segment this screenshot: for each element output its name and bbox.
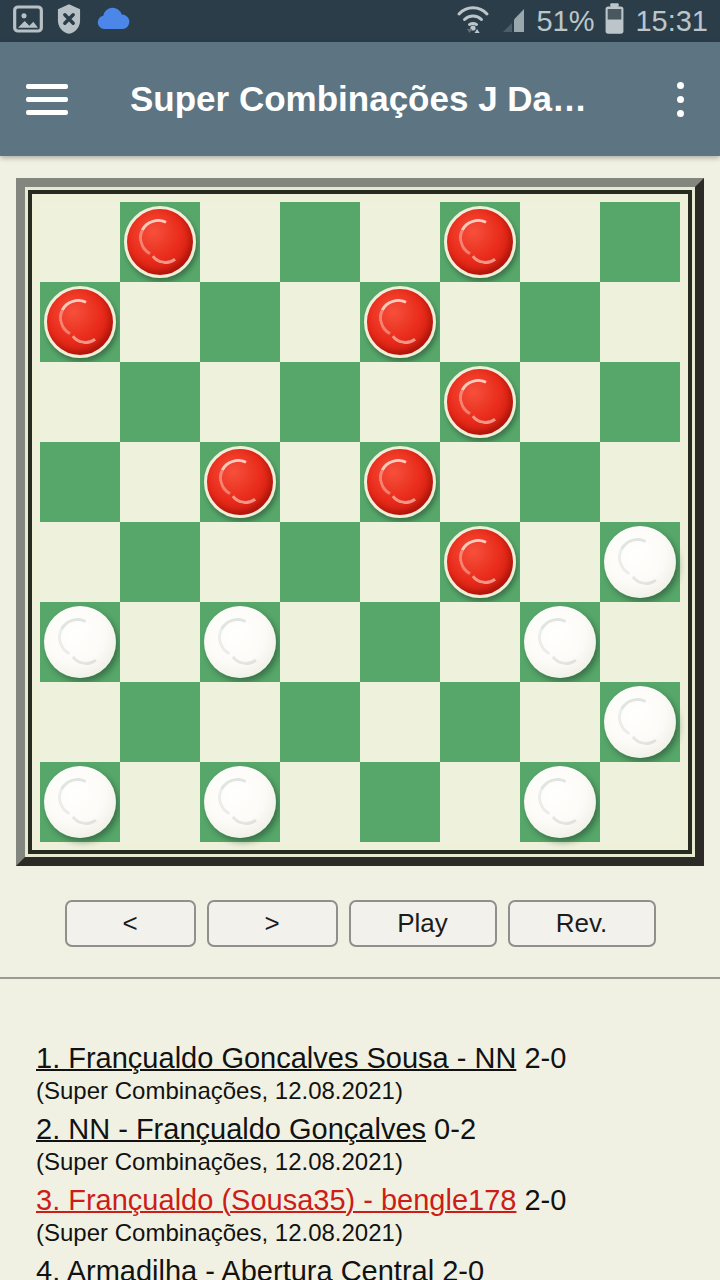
red-man-f4[interactable] (444, 526, 516, 598)
square-a3[interactable] (40, 602, 120, 682)
square-a6[interactable] (40, 362, 120, 442)
game-link[interactable]: 4. Armadilha - Abertura Central (36, 1255, 434, 1280)
overflow-menu-icon[interactable] (667, 76, 694, 123)
status-bar: 51% 15:31 (0, 0, 720, 42)
status-right-icons: 51% 15:31 (455, 3, 708, 39)
cloud-icon (94, 5, 132, 37)
square-d4[interactable] (280, 522, 360, 602)
game-item: 1. Françualdo Goncalves Sousa - NN 2-0(S… (36, 1041, 692, 1106)
game-result: 0-2 (426, 1113, 476, 1145)
battery-icon (604, 3, 625, 39)
board-frame (16, 178, 704, 866)
white-man-a1[interactable] (44, 766, 116, 838)
square-h7[interactable] (600, 282, 680, 362)
square-b8[interactable] (120, 202, 200, 282)
red-man-b8[interactable] (124, 206, 196, 278)
square-c4[interactable] (200, 522, 280, 602)
square-h2[interactable] (600, 682, 680, 762)
white-man-h4[interactable] (604, 526, 676, 598)
battery-percent: 51% (536, 5, 594, 38)
square-c8[interactable] (200, 202, 280, 282)
divider (0, 977, 720, 979)
square-g2[interactable] (520, 682, 600, 762)
square-d6[interactable] (280, 362, 360, 442)
white-man-c3[interactable] (204, 606, 276, 678)
red-man-a7[interactable] (44, 286, 116, 358)
playback-controls: < > Play Rev. (0, 900, 720, 947)
play-button[interactable]: Play (349, 900, 497, 947)
wifi-icon (455, 3, 491, 39)
game-link[interactable]: 2. NN - Françualdo Gonçalves (36, 1113, 426, 1145)
square-g3[interactable] (520, 602, 600, 682)
square-c2[interactable] (200, 682, 280, 762)
square-g8[interactable] (520, 202, 600, 282)
square-d2[interactable] (280, 682, 360, 762)
board-grid (40, 202, 680, 842)
square-e2[interactable] (360, 682, 440, 762)
gallery-icon (12, 3, 44, 39)
square-d5[interactable] (280, 442, 360, 522)
game-item: 4. Armadilha - Abertura Central 2-0 (36, 1254, 692, 1280)
white-man-h2[interactable] (604, 686, 676, 758)
square-h4[interactable] (600, 522, 680, 602)
game-link[interactable]: 3. Françualdo (Sousa35) - bengle178 (36, 1184, 516, 1216)
red-man-c5[interactable] (204, 446, 276, 518)
signal-icon (501, 5, 526, 37)
square-c1[interactable] (200, 762, 280, 842)
square-h1[interactable] (600, 762, 680, 842)
page-title: Super Combinações J Da… (130, 79, 667, 119)
square-d8[interactable] (280, 202, 360, 282)
square-b4[interactable] (120, 522, 200, 602)
square-h8[interactable] (600, 202, 680, 282)
red-man-f8[interactable] (444, 206, 516, 278)
square-f6[interactable] (440, 362, 520, 442)
square-f7[interactable] (440, 282, 520, 362)
square-f8[interactable] (440, 202, 520, 282)
app-root: 51% 15:31 Super Combinações J Da… (0, 0, 720, 1280)
square-f3[interactable] (440, 602, 520, 682)
square-a1[interactable] (40, 762, 120, 842)
game-meta: (Super Combinações, 12.08.2021) (36, 1218, 692, 1248)
square-g4[interactable] (520, 522, 600, 602)
hamburger-menu-icon[interactable] (26, 84, 68, 115)
game-title-line: 1. Françualdo Goncalves Sousa - NN 2-0 (36, 1041, 692, 1075)
square-g5[interactable] (520, 442, 600, 522)
square-b5[interactable] (120, 442, 200, 522)
game-result: 2-0 (434, 1255, 484, 1280)
square-c7[interactable] (200, 282, 280, 362)
game-title-line: 4. Armadilha - Abertura Central 2-0 (36, 1254, 692, 1280)
square-b3[interactable] (120, 602, 200, 682)
app-bar: Super Combinações J Da… (0, 42, 720, 156)
prev-move-button[interactable]: < (65, 900, 196, 947)
board-area (16, 178, 704, 866)
red-man-e5[interactable] (364, 446, 436, 518)
game-title-line: 2. NN - Françualdo Gonçalves 0-2 (36, 1112, 692, 1146)
square-a5[interactable] (40, 442, 120, 522)
square-b2[interactable] (120, 682, 200, 762)
red-man-f6[interactable] (444, 366, 516, 438)
game-meta: (Super Combinações, 12.08.2021) (36, 1076, 692, 1106)
clock: 15:31 (635, 5, 708, 38)
game-title-line: 3. Françualdo (Sousa35) - bengle178 2-0 (36, 1183, 692, 1217)
game-item: 3. Françualdo (Sousa35) - bengle178 2-0(… (36, 1183, 692, 1248)
square-f1[interactable] (440, 762, 520, 842)
square-f2[interactable] (440, 682, 520, 762)
square-h3[interactable] (600, 602, 680, 682)
square-e1[interactable] (360, 762, 440, 842)
games-list: 1. Françualdo Goncalves Sousa - NN 2-0(S… (0, 1041, 720, 1280)
square-d3[interactable] (280, 602, 360, 682)
game-item: 2. NN - Françualdo Gonçalves 0-2(Super C… (36, 1112, 692, 1177)
square-d7[interactable] (280, 282, 360, 362)
square-a7[interactable] (40, 282, 120, 362)
next-move-button[interactable]: > (207, 900, 338, 947)
square-e3[interactable] (360, 602, 440, 682)
square-a2[interactable] (40, 682, 120, 762)
reverse-button[interactable]: Rev. (508, 900, 656, 947)
square-b1[interactable] (120, 762, 200, 842)
square-e5[interactable] (360, 442, 440, 522)
square-e8[interactable] (360, 202, 440, 282)
square-c5[interactable] (200, 442, 280, 522)
status-left-icons (12, 3, 132, 39)
square-f4[interactable] (440, 522, 520, 602)
square-e4[interactable] (360, 522, 440, 602)
game-meta: (Super Combinações, 12.08.2021) (36, 1147, 692, 1177)
shield-x-icon (54, 3, 84, 39)
square-e7[interactable] (360, 282, 440, 362)
white-man-a3[interactable] (44, 606, 116, 678)
game-result: 2-0 (516, 1042, 566, 1074)
white-man-g1[interactable] (524, 766, 596, 838)
square-b7[interactable] (120, 282, 200, 362)
square-c3[interactable] (200, 602, 280, 682)
square-b6[interactable] (120, 362, 200, 442)
square-a8[interactable] (40, 202, 120, 282)
board-mat (28, 190, 692, 854)
square-a4[interactable] (40, 522, 120, 602)
game-result: 2-0 (516, 1184, 566, 1216)
square-h5[interactable] (600, 442, 680, 522)
game-link[interactable]: 1. Françualdo Goncalves Sousa - NN (36, 1042, 516, 1074)
white-man-g3[interactable] (524, 606, 596, 678)
square-f5[interactable] (440, 442, 520, 522)
square-d1[interactable] (280, 762, 360, 842)
square-c6[interactable] (200, 362, 280, 442)
square-e6[interactable] (360, 362, 440, 442)
white-man-c1[interactable] (204, 766, 276, 838)
square-h6[interactable] (600, 362, 680, 442)
square-g1[interactable] (520, 762, 600, 842)
square-g6[interactable] (520, 362, 600, 442)
red-man-e7[interactable] (364, 286, 436, 358)
square-g7[interactable] (520, 282, 600, 362)
